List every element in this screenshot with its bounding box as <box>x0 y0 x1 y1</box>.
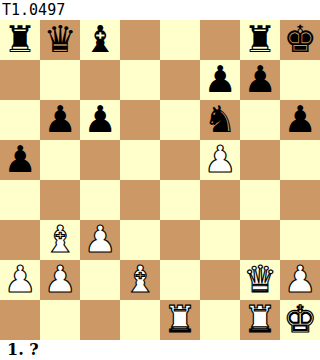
piece-black-pawn[interactable]: ♟ <box>83 100 116 140</box>
square-b6[interactable]: ♟ <box>40 100 80 140</box>
piece-white-pawn[interactable]: ♟ <box>283 260 316 300</box>
square-e8[interactable] <box>160 20 200 60</box>
square-c6[interactable]: ♟ <box>80 100 120 140</box>
square-c3[interactable]: ♟ <box>80 220 120 260</box>
square-c8[interactable]: ♝ <box>80 20 120 60</box>
square-d5[interactable] <box>120 140 160 180</box>
square-f8[interactable] <box>200 20 240 60</box>
square-c7[interactable] <box>80 60 120 100</box>
square-f6[interactable]: ♞ <box>200 100 240 140</box>
square-h2[interactable]: ♟ <box>280 260 320 300</box>
square-d6[interactable] <box>120 100 160 140</box>
square-b8[interactable]: ♛ <box>40 20 80 60</box>
piece-white-bishop[interactable]: ♝ <box>43 220 76 260</box>
square-b3[interactable]: ♝ <box>40 220 80 260</box>
square-b5[interactable] <box>40 140 80 180</box>
square-g4[interactable] <box>240 180 280 220</box>
square-h1[interactable]: ♚ <box>280 300 320 340</box>
square-a6[interactable] <box>0 100 40 140</box>
square-b4[interactable] <box>40 180 80 220</box>
square-c4[interactable] <box>80 180 120 220</box>
square-a2[interactable]: ♟ <box>0 260 40 300</box>
square-a7[interactable] <box>0 60 40 100</box>
square-g2[interactable]: ♛ <box>240 260 280 300</box>
square-e4[interactable] <box>160 180 200 220</box>
square-a4[interactable] <box>0 180 40 220</box>
piece-white-pawn[interactable]: ♟ <box>3 260 36 300</box>
square-b7[interactable] <box>40 60 80 100</box>
square-g1[interactable]: ♜ <box>240 300 280 340</box>
square-f2[interactable] <box>200 260 240 300</box>
square-g5[interactable] <box>240 140 280 180</box>
square-h6[interactable]: ♟ <box>280 100 320 140</box>
square-d4[interactable] <box>120 180 160 220</box>
square-d3[interactable] <box>120 220 160 260</box>
square-d8[interactable] <box>120 20 160 60</box>
square-g7[interactable]: ♟ <box>240 60 280 100</box>
square-e3[interactable] <box>160 220 200 260</box>
square-f3[interactable] <box>200 220 240 260</box>
piece-black-pawn[interactable]: ♟ <box>43 100 76 140</box>
square-b2[interactable]: ♟ <box>40 260 80 300</box>
square-g8[interactable]: ♜ <box>240 20 280 60</box>
square-e5[interactable] <box>160 140 200 180</box>
square-a3[interactable] <box>0 220 40 260</box>
piece-black-pawn[interactable]: ♟ <box>3 140 36 180</box>
piece-black-rook[interactable]: ♜ <box>243 20 276 60</box>
square-f5[interactable]: ♟ <box>200 140 240 180</box>
piece-white-pawn[interactable]: ♟ <box>203 140 236 180</box>
piece-black-pawn[interactable]: ♟ <box>243 60 276 100</box>
square-h5[interactable] <box>280 140 320 180</box>
puzzle-id: T1.0497 <box>0 0 320 20</box>
square-f4[interactable] <box>200 180 240 220</box>
square-a1[interactable] <box>0 300 40 340</box>
square-g3[interactable] <box>240 220 280 260</box>
piece-black-king[interactable]: ♚ <box>283 20 316 60</box>
square-e2[interactable] <box>160 260 200 300</box>
square-d7[interactable] <box>120 60 160 100</box>
square-b1[interactable] <box>40 300 80 340</box>
square-a5[interactable]: ♟ <box>0 140 40 180</box>
move-prompt: 1. ? <box>0 340 320 360</box>
square-e1[interactable]: ♜ <box>160 300 200 340</box>
piece-black-pawn[interactable]: ♟ <box>283 100 316 140</box>
square-c1[interactable] <box>80 300 120 340</box>
square-e7[interactable] <box>160 60 200 100</box>
square-c2[interactable] <box>80 260 120 300</box>
square-a8[interactable]: ♜ <box>0 20 40 60</box>
square-h7[interactable] <box>280 60 320 100</box>
piece-white-pawn[interactable]: ♟ <box>43 260 76 300</box>
piece-black-pawn[interactable]: ♟ <box>203 60 236 100</box>
piece-black-rook[interactable]: ♜ <box>3 20 36 60</box>
piece-white-bishop[interactable]: ♝ <box>123 260 156 300</box>
piece-black-knight[interactable]: ♞ <box>203 100 236 140</box>
piece-black-queen[interactable]: ♛ <box>43 20 76 60</box>
piece-white-pawn[interactable]: ♟ <box>83 220 116 260</box>
square-f7[interactable]: ♟ <box>200 60 240 100</box>
square-d1[interactable] <box>120 300 160 340</box>
piece-white-queen[interactable]: ♛ <box>243 260 276 300</box>
square-g6[interactable] <box>240 100 280 140</box>
piece-white-rook[interactable]: ♜ <box>243 300 276 340</box>
square-f1[interactable] <box>200 300 240 340</box>
square-c5[interactable] <box>80 140 120 180</box>
piece-white-rook[interactable]: ♜ <box>163 300 196 340</box>
square-h8[interactable]: ♚ <box>280 20 320 60</box>
square-d2[interactable]: ♝ <box>120 260 160 300</box>
piece-white-king[interactable]: ♚ <box>283 300 316 340</box>
square-h4[interactable] <box>280 180 320 220</box>
square-h3[interactable] <box>280 220 320 260</box>
square-e6[interactable] <box>160 100 200 140</box>
piece-black-bishop[interactable]: ♝ <box>83 20 116 60</box>
chess-board: ♜♛♝♜♚♟♟♟♟♞♟♟♟♝♟♟♟♝♛♟♜♜♚ <box>0 20 320 340</box>
